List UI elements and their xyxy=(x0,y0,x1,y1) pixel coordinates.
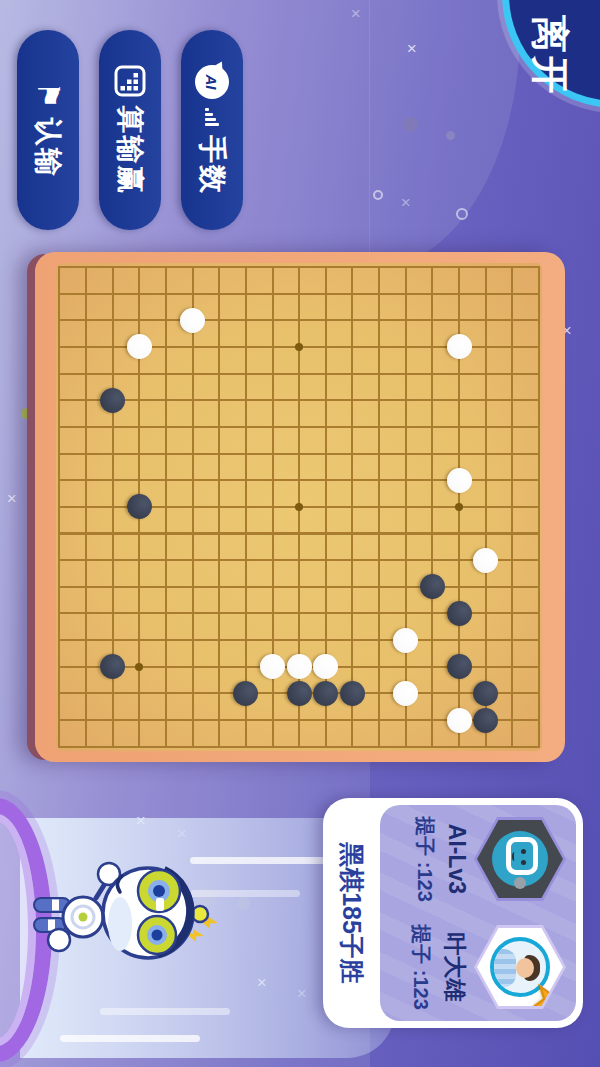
motion-streak xyxy=(60,1035,200,1042)
action-buttons: AI 手数 算输赢 ⚑ 认输 xyxy=(17,30,243,230)
star-badge-icon: ★ xyxy=(524,975,576,1021)
white-stone xyxy=(313,654,338,679)
black-stone xyxy=(100,654,125,679)
black-stone xyxy=(473,681,498,706)
black-stone xyxy=(233,681,258,706)
board-grid-icon xyxy=(114,65,146,97)
game-result-text: 黑棋185子胜 xyxy=(323,798,380,1028)
motion-streak xyxy=(100,1008,230,1015)
star-point xyxy=(455,503,463,511)
robot-avatar-icon xyxy=(492,831,548,887)
black-stone xyxy=(473,708,498,733)
move-count-button[interactable]: AI 手数 xyxy=(181,30,243,230)
ai-player-name: AI-Lv3 xyxy=(443,824,470,894)
dot-decoration xyxy=(21,408,32,419)
white-stone xyxy=(287,654,312,679)
black-stone xyxy=(340,681,365,706)
ai-avatar xyxy=(474,817,566,901)
go-robot-mascot xyxy=(15,840,220,990)
human-captures: 提子 :123 xyxy=(407,924,434,1010)
black-stone xyxy=(100,388,125,413)
black-stone xyxy=(420,574,445,599)
background-light-corner xyxy=(369,0,520,270)
star-point xyxy=(295,503,303,511)
white-stone xyxy=(393,628,418,653)
go-board[interactable] xyxy=(35,252,565,762)
white-stone xyxy=(127,334,152,359)
white-stone xyxy=(473,548,498,573)
human-player-name: 叶大雄 xyxy=(439,933,470,1002)
ai-captures: 提子 :123 xyxy=(411,816,438,902)
count-result-button[interactable]: 算输赢 xyxy=(99,30,161,230)
bar-chart-icon xyxy=(205,108,219,126)
x-decoration: ✕ xyxy=(399,197,412,208)
dot-decoration xyxy=(403,117,418,132)
player-info-panel: AI-Lv3 提子 :123 ★ 叶大雄 xyxy=(323,798,583,1028)
white-stone xyxy=(447,468,472,493)
circle-decoration xyxy=(373,190,383,200)
black-stone xyxy=(447,601,472,626)
circle-decoration xyxy=(456,208,468,220)
black-stone xyxy=(287,681,312,706)
leave-button-label: 离开 xyxy=(524,15,575,97)
x-decoration: ✕ xyxy=(5,493,18,504)
human-player: ★ 叶大雄 提子 :123 xyxy=(407,913,566,1021)
white-stone xyxy=(260,654,285,679)
flag-icon: ⚑ xyxy=(33,82,63,109)
white-stone xyxy=(447,708,472,733)
black-stone xyxy=(447,654,472,679)
star-point xyxy=(295,343,303,351)
go-board-surface xyxy=(56,263,542,751)
white-stone xyxy=(180,308,205,333)
human-avatar: ★ xyxy=(474,925,566,1009)
resign-button[interactable]: ⚑ 认输 xyxy=(17,30,79,230)
go-board-grid[interactable] xyxy=(58,266,540,748)
ai-analysis-icon: AI xyxy=(195,65,229,99)
ai-player: AI-Lv3 提子 :123 xyxy=(407,805,566,913)
resign-label: 认输 xyxy=(29,118,67,178)
x-decoration: ✕ xyxy=(349,8,362,19)
glove xyxy=(48,929,70,951)
black-stone xyxy=(313,681,338,706)
star-point xyxy=(135,663,143,671)
players-card: AI-Lv3 提子 :123 ★ 叶大雄 xyxy=(380,805,576,1021)
app-screen: ✕ ✕ ✕ ✕ ✕ ✕ ✕ ✕ ✕ ✕ 离开 xyxy=(0,0,600,1067)
white-stone xyxy=(447,334,472,359)
dot-decoration xyxy=(446,131,455,140)
landscape-root: ✕ ✕ ✕ ✕ ✕ ✕ ✕ ✕ ✕ ✕ 离开 xyxy=(0,0,600,1067)
move-count-label: 手数 xyxy=(193,135,231,195)
white-stone xyxy=(393,681,418,706)
black-stone xyxy=(127,494,152,519)
x-decoration: ✕ xyxy=(405,43,418,54)
count-result-label: 算输赢 xyxy=(111,106,149,196)
